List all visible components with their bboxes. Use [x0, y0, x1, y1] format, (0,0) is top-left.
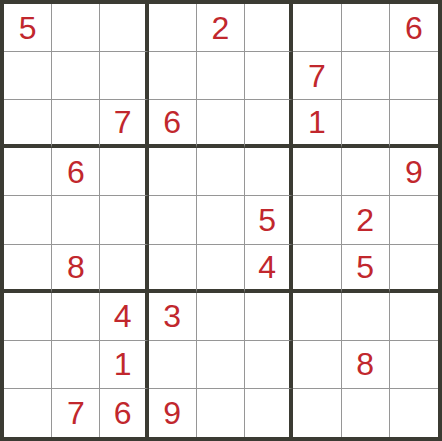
cell-r4c4[interactable]	[149, 148, 197, 196]
cell-r6c3[interactable]	[100, 245, 148, 293]
cell-r8c3[interactable]: 1	[100, 341, 148, 389]
cell-r2c5[interactable]	[197, 52, 245, 100]
cell-r8c9[interactable]	[390, 341, 438, 389]
cell-r6c7[interactable]	[293, 245, 341, 293]
cell-r3c6[interactable]	[245, 100, 293, 148]
cell-r1c7[interactable]	[293, 4, 341, 52]
cell-r4c7[interactable]	[293, 148, 341, 196]
cell-r8c6[interactable]	[245, 341, 293, 389]
cell-r4c9[interactable]: 9	[390, 148, 438, 196]
cell-r5c2[interactable]	[52, 196, 100, 244]
cell-r8c8[interactable]: 8	[342, 341, 390, 389]
cell-r6c5[interactable]	[197, 245, 245, 293]
cell-r9c2[interactable]: 7	[52, 389, 100, 437]
cell-r1c8[interactable]	[342, 4, 390, 52]
cell-r6c2[interactable]: 8	[52, 245, 100, 293]
cell-r2c1[interactable]	[4, 52, 52, 100]
cell-r9c5[interactable]	[197, 389, 245, 437]
cell-r1c4[interactable]	[149, 4, 197, 52]
sudoku-board: 526776169528454318769	[0, 0, 442, 441]
cell-r9c7[interactable]	[293, 389, 341, 437]
cell-r3c4[interactable]: 6	[149, 100, 197, 148]
cell-r7c6[interactable]	[245, 293, 293, 341]
cell-r5c3[interactable]	[100, 196, 148, 244]
cell-r7c8[interactable]	[342, 293, 390, 341]
cell-r2c3[interactable]	[100, 52, 148, 100]
cell-r5c9[interactable]	[390, 196, 438, 244]
cell-r3c7[interactable]: 1	[293, 100, 341, 148]
cell-r4c5[interactable]	[197, 148, 245, 196]
cell-r6c9[interactable]	[390, 245, 438, 293]
cell-r2c6[interactable]	[245, 52, 293, 100]
cell-r8c1[interactable]	[4, 341, 52, 389]
cell-r1c2[interactable]	[52, 4, 100, 52]
cell-r2c4[interactable]	[149, 52, 197, 100]
cell-r7c4[interactable]: 3	[149, 293, 197, 341]
cell-r3c5[interactable]	[197, 100, 245, 148]
cell-r8c7[interactable]	[293, 341, 341, 389]
cell-r4c6[interactable]	[245, 148, 293, 196]
cell-r2c8[interactable]	[342, 52, 390, 100]
cell-r7c7[interactable]	[293, 293, 341, 341]
cell-r4c2[interactable]: 6	[52, 148, 100, 196]
cell-r4c3[interactable]	[100, 148, 148, 196]
cell-r2c9[interactable]	[390, 52, 438, 100]
cell-r8c5[interactable]	[197, 341, 245, 389]
cell-r3c9[interactable]	[390, 100, 438, 148]
cell-r1c6[interactable]	[245, 4, 293, 52]
cell-r7c1[interactable]	[4, 293, 52, 341]
cell-r9c6[interactable]	[245, 389, 293, 437]
cell-r7c2[interactable]	[52, 293, 100, 341]
cell-r9c9[interactable]	[390, 389, 438, 437]
cell-r7c9[interactable]	[390, 293, 438, 341]
cell-r7c3[interactable]: 4	[100, 293, 148, 341]
cell-r5c5[interactable]	[197, 196, 245, 244]
cell-r6c8[interactable]: 5	[342, 245, 390, 293]
cell-r1c1[interactable]: 5	[4, 4, 52, 52]
cell-r6c4[interactable]	[149, 245, 197, 293]
cell-r5c4[interactable]	[149, 196, 197, 244]
cell-r5c6[interactable]: 5	[245, 196, 293, 244]
cell-r1c3[interactable]	[100, 4, 148, 52]
cell-r9c3[interactable]: 6	[100, 389, 148, 437]
cell-r9c1[interactable]	[4, 389, 52, 437]
cell-r2c2[interactable]	[52, 52, 100, 100]
cell-r8c4[interactable]	[149, 341, 197, 389]
cell-r3c2[interactable]	[52, 100, 100, 148]
cell-r8c2[interactable]	[52, 341, 100, 389]
cell-r1c9[interactable]: 6	[390, 4, 438, 52]
cell-r5c7[interactable]	[293, 196, 341, 244]
cell-r1c5[interactable]: 2	[197, 4, 245, 52]
cell-r6c1[interactable]	[4, 245, 52, 293]
cell-r3c1[interactable]	[4, 100, 52, 148]
cell-r5c1[interactable]	[4, 196, 52, 244]
cell-r3c3[interactable]: 7	[100, 100, 148, 148]
cell-r9c8[interactable]	[342, 389, 390, 437]
cell-r9c4[interactable]: 9	[149, 389, 197, 437]
cell-r4c1[interactable]	[4, 148, 52, 196]
cell-r2c7[interactable]: 7	[293, 52, 341, 100]
cell-r3c8[interactable]	[342, 100, 390, 148]
cell-r7c5[interactable]	[197, 293, 245, 341]
cell-r6c6[interactable]: 4	[245, 245, 293, 293]
cell-r5c8[interactable]: 2	[342, 196, 390, 244]
cell-r4c8[interactable]	[342, 148, 390, 196]
